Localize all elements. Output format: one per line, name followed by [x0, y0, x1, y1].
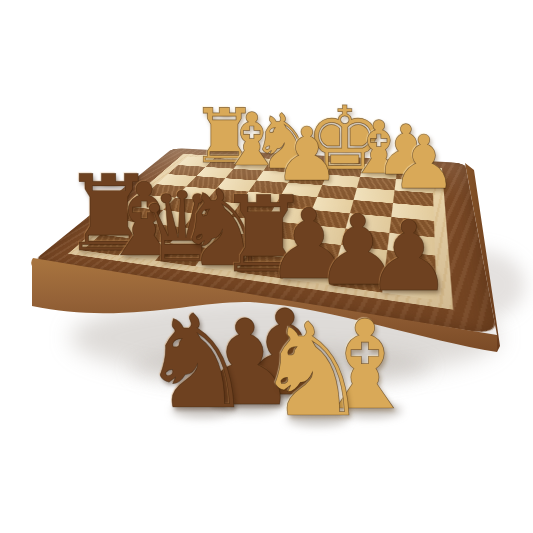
- piece-black-knight-tray-1[interactable]: ♞: [139, 298, 255, 427]
- piece-white-pawn-h7[interactable]: ♟: [391, 125, 457, 199]
- product-photo-stage: ♜♝♞♚♝♟♟♟♜♝♛♞♜♟♟♟♞♟♟♞♝: [0, 0, 533, 533]
- piece-black-pawn-h1[interactable]: ♟: [366, 208, 453, 305]
- piece-white-knight-tray-4[interactable]: ♞: [254, 306, 370, 435]
